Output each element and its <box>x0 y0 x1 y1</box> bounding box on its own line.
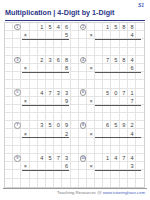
grid-cell <box>46 105 54 113</box>
grid-cell <box>13 129 21 137</box>
problem-number-badge: 5 <box>14 89 21 96</box>
grid-cell <box>120 113 128 121</box>
grid-cell <box>62 72 70 80</box>
multiplicand-digit: 5 <box>46 154 54 162</box>
grid-cell <box>111 48 119 56</box>
multiplicand-digit: 7 <box>120 154 128 162</box>
grid-cell <box>54 72 62 80</box>
grid-cell <box>5 97 13 105</box>
grid-cell <box>87 179 95 187</box>
multiplicand-digit: 7 <box>46 89 54 97</box>
grid-cell <box>71 179 79 187</box>
answer-line <box>95 72 141 73</box>
grid-cell <box>128 138 136 146</box>
times-sign: × <box>87 97 95 105</box>
answer-line <box>22 170 69 171</box>
grid-cell <box>71 80 79 88</box>
grid-cell <box>62 39 70 47</box>
answer-line <box>22 105 69 106</box>
grid-cell <box>136 121 144 129</box>
grid-cell <box>21 179 29 187</box>
grid-cell <box>30 89 38 97</box>
grid-cell <box>111 80 119 88</box>
grid-cell <box>30 113 38 121</box>
problem-number-badge: 7 <box>14 122 21 129</box>
grid-cell <box>136 72 144 80</box>
multiplicand-digit: 4 <box>128 56 136 64</box>
grid-cell <box>38 72 46 80</box>
grid-cell <box>54 39 62 47</box>
grid-cell <box>71 121 79 129</box>
grid-cell <box>87 48 95 56</box>
grid-cell <box>71 138 79 146</box>
problem-number-badge: 10 <box>80 155 87 162</box>
grid-cell <box>54 48 62 56</box>
grid-cell <box>71 162 79 170</box>
grid-cell <box>21 56 29 64</box>
grid-cell <box>21 72 29 80</box>
times-sign: × <box>87 31 95 39</box>
grid-cell <box>38 170 46 178</box>
grid-cell <box>5 89 13 97</box>
grid-cell <box>5 64 13 72</box>
grid-cell <box>95 23 103 31</box>
grid-cell <box>5 48 13 56</box>
problem-number-badge: 6 <box>80 89 87 96</box>
grid-cell <box>136 23 144 31</box>
grid-cell <box>21 146 29 154</box>
grid-cell <box>62 48 70 56</box>
grid-cell <box>21 80 29 88</box>
grid-cell <box>103 113 111 121</box>
grid-cell <box>21 48 29 56</box>
grid-cell <box>103 80 111 88</box>
grid-cell <box>54 170 62 178</box>
grid-cell <box>46 146 54 154</box>
problem-number-badge: 9 <box>14 155 21 162</box>
multiplicand-digit: 1 <box>38 23 46 31</box>
grid-cell <box>136 154 144 162</box>
multiplicand-digit: 5 <box>112 23 120 31</box>
grid-cell <box>136 56 144 64</box>
grid-cell <box>95 48 103 56</box>
grid-cell <box>120 179 128 187</box>
grid-cell <box>62 179 70 187</box>
grid-cell <box>38 48 46 56</box>
grid-cell <box>128 170 136 178</box>
times-sign: × <box>87 130 95 138</box>
grid-cell <box>46 179 54 187</box>
multiplicand-digit: 3 <box>46 56 54 64</box>
problem-number-badge: 1 <box>14 24 21 31</box>
multiplicand-digit: 5 <box>46 23 54 31</box>
grid-cell <box>103 170 111 178</box>
grid-cell <box>21 39 29 47</box>
multiplicand-digit: 3 <box>62 154 70 162</box>
grid-cell <box>71 154 79 162</box>
grid-cell <box>30 23 38 31</box>
multiplicand-digit: 7 <box>103 56 111 64</box>
grid-cell <box>111 72 119 80</box>
multiplicand-digit: 1 <box>128 89 136 97</box>
grid-cell <box>13 170 21 178</box>
grid-cell <box>46 170 54 178</box>
grid-cell <box>62 105 70 113</box>
multiplicand-digit: 5 <box>112 56 120 64</box>
multiplicand-digit: 6 <box>62 23 70 31</box>
grid-cell <box>79 48 87 56</box>
grid-cell <box>38 80 46 88</box>
grid-cell <box>111 170 119 178</box>
grid-cell <box>136 89 144 97</box>
grid-cell <box>87 80 95 88</box>
multiplicand-digit: 1 <box>103 23 111 31</box>
multiplicand-digit: 3 <box>54 89 62 97</box>
grid-cell <box>120 39 128 47</box>
grid-cell <box>95 121 103 129</box>
grid-cell <box>120 72 128 80</box>
grid-cell <box>13 72 21 80</box>
grid-cell <box>120 80 128 88</box>
grid-cell <box>54 179 62 187</box>
grid-cell <box>95 146 103 154</box>
grid-cell <box>87 89 95 97</box>
grid-cell <box>79 146 87 154</box>
grid-cell <box>13 146 21 154</box>
grid-cell <box>87 23 95 31</box>
times-sign: × <box>87 64 95 72</box>
grid-cell <box>13 179 21 187</box>
multiplicand-digit: 6 <box>54 56 62 64</box>
grid-cell <box>87 146 95 154</box>
grid-cell <box>79 31 87 39</box>
grid-cell <box>13 113 21 121</box>
problem-number-badge: 8 <box>80 122 87 129</box>
grid-cell <box>5 39 13 47</box>
grid-cell <box>79 72 87 80</box>
grid-cell <box>95 179 103 187</box>
grid-cell <box>46 72 54 80</box>
grid-cell <box>5 170 13 178</box>
grid-cell <box>103 39 111 47</box>
grid-cell <box>13 105 21 113</box>
grid-cell <box>5 179 13 187</box>
grid-cell <box>46 138 54 146</box>
grid-cell <box>136 39 144 47</box>
answer-line <box>22 39 69 40</box>
multiplicand-digit: 0 <box>54 121 62 129</box>
grid-cell <box>13 162 21 170</box>
grid-cell <box>21 170 29 178</box>
grid-cell <box>79 64 87 72</box>
grid-cell <box>5 23 13 31</box>
sheet-label: S1 <box>138 2 144 8</box>
multiplicand-digit: 0 <box>112 89 120 97</box>
grid-cell <box>21 113 29 121</box>
grid-cell <box>79 138 87 146</box>
grid-cell <box>30 48 38 56</box>
grid-cell <box>5 105 13 113</box>
grid-cell <box>30 170 38 178</box>
answer-line <box>22 72 69 73</box>
grid-cell <box>30 146 38 154</box>
grid-cell <box>62 170 70 178</box>
grid-cell <box>46 80 54 88</box>
answer-line <box>95 39 141 40</box>
grid-cell <box>136 80 144 88</box>
grid-cell <box>13 80 21 88</box>
grid-cell <box>87 56 95 64</box>
grid-cell <box>21 105 29 113</box>
grid-cell <box>111 179 119 187</box>
multiplicand-digit: 2 <box>128 121 136 129</box>
grid-cell <box>87 39 95 47</box>
grid-cell <box>62 80 70 88</box>
grid-cell <box>13 97 21 105</box>
grid-cell <box>111 146 119 154</box>
grid-cell <box>136 179 144 187</box>
grid-cell <box>21 89 29 97</box>
grid-cell <box>13 39 21 47</box>
grid-cell <box>30 121 38 129</box>
grid-cell <box>79 170 87 178</box>
grid-cell <box>87 105 95 113</box>
grid-cell <box>5 146 13 154</box>
grid-cell <box>46 39 54 47</box>
grid-cell <box>128 39 136 47</box>
grid-cell <box>95 170 103 178</box>
worksheet-grid: 11546×521588×432368×847584×654733×965071… <box>4 22 145 188</box>
grid-cell <box>120 146 128 154</box>
answer-line <box>95 137 141 138</box>
grid-cell <box>136 48 144 56</box>
grid-cell <box>95 89 103 97</box>
grid-cell <box>71 72 79 80</box>
grid-cell <box>120 170 128 178</box>
grid-cell <box>46 113 54 121</box>
grid-cell <box>87 154 95 162</box>
grid-cell <box>38 138 46 146</box>
grid-cell <box>30 56 38 64</box>
multiplicand-digit: 9 <box>62 121 70 129</box>
grid-cell <box>103 72 111 80</box>
grid-cell <box>71 23 79 31</box>
grid-cell <box>87 72 95 80</box>
grid-cell <box>120 48 128 56</box>
grid-cell <box>13 48 21 56</box>
multiplicand-digit: 5 <box>103 89 111 97</box>
grid-cell <box>54 138 62 146</box>
grid-cell <box>71 48 79 56</box>
answer-line <box>95 105 141 106</box>
grid-cell <box>111 105 119 113</box>
grid-cell <box>79 97 87 105</box>
grid-cell <box>95 80 103 88</box>
grid-cell <box>128 72 136 80</box>
multiplicand-digit: 6 <box>103 121 111 129</box>
multiplicand-digit: 4 <box>54 23 62 31</box>
multiplicand-digit: 5 <box>46 121 54 129</box>
grid-cell <box>5 80 13 88</box>
grid-cell <box>111 39 119 47</box>
grid-cell <box>128 146 136 154</box>
multiplicand-digit: 9 <box>120 121 128 129</box>
multiplicand-digit: 4 <box>112 154 120 162</box>
grid-cell <box>21 154 29 162</box>
grid-cell <box>95 154 103 162</box>
grid-cell <box>71 129 79 137</box>
multiplicand-digit: 4 <box>38 89 46 97</box>
grid-cell <box>95 39 103 47</box>
problem-number-badge: 3 <box>14 57 21 64</box>
multiplicand-digit: 8 <box>120 23 128 31</box>
grid-cell <box>54 80 62 88</box>
grid-cell <box>87 121 95 129</box>
grid-cell <box>120 105 128 113</box>
grid-cell <box>21 121 29 129</box>
grid-cell <box>71 39 79 47</box>
grid-cell <box>13 31 21 39</box>
grid-cell <box>38 105 46 113</box>
multiplicand-digit: 1 <box>103 154 111 162</box>
grid-cell <box>95 105 103 113</box>
grid-cell <box>71 97 79 105</box>
grid-cell <box>136 146 144 154</box>
grid-cell <box>71 146 79 154</box>
grid-cell <box>79 162 87 170</box>
grid-cell <box>103 179 111 187</box>
grid-cell <box>30 138 38 146</box>
grid-cell <box>30 179 38 187</box>
grid-cell <box>71 56 79 64</box>
grid-cell <box>5 129 13 137</box>
grid-cell <box>136 105 144 113</box>
grid-cell <box>128 48 136 56</box>
grid-cell <box>5 31 13 39</box>
grid-cell <box>5 113 13 121</box>
grid-cell <box>103 105 111 113</box>
grid-cell <box>5 121 13 129</box>
footer-divider <box>3 188 147 189</box>
grid-cell <box>5 162 13 170</box>
grid-cell <box>62 113 70 121</box>
multiplicand-digit: 7 <box>54 154 62 162</box>
grid-cell <box>71 170 79 178</box>
grid-cell <box>30 105 38 113</box>
grid-cell <box>30 39 38 47</box>
footer-credit-prefix: Teaching Resources @ <box>57 190 103 195</box>
grid-cell <box>79 179 87 187</box>
grid-cell <box>30 72 38 80</box>
grid-cell <box>46 48 54 56</box>
multiplicand-digit: 8 <box>128 23 136 31</box>
grid-cell <box>21 23 29 31</box>
grid-cell <box>136 170 144 178</box>
grid-cell <box>30 154 38 162</box>
grid-cell <box>95 72 103 80</box>
grid-cell <box>95 138 103 146</box>
multiplicand-digit: 2 <box>38 56 46 64</box>
grid-cell <box>87 170 95 178</box>
grid-cell <box>128 179 136 187</box>
grid-cell <box>30 80 38 88</box>
multiplicand-digit: 5 <box>112 121 120 129</box>
grid-cell <box>5 138 13 146</box>
grid-cell <box>13 64 21 72</box>
grid-cell <box>38 179 46 187</box>
multiplicand-digit: 3 <box>38 121 46 129</box>
grid-cell <box>13 138 21 146</box>
grid-cell <box>128 113 136 121</box>
answer-line <box>22 137 69 138</box>
grid-cell <box>95 56 103 64</box>
grid-cell <box>54 113 62 121</box>
grid-cell <box>136 138 144 146</box>
multiplicand-digit: 4 <box>128 154 136 162</box>
multiplicand-digit: 8 <box>62 56 70 64</box>
grid-cell <box>95 113 103 121</box>
grid-cell <box>62 146 70 154</box>
footer-credit: Teaching Resources @ www.tutoringhour.co… <box>57 190 145 195</box>
multiplicand-digit: 3 <box>62 89 70 97</box>
grid-cell <box>128 80 136 88</box>
grid-cell <box>71 64 79 72</box>
grid-cell <box>87 113 95 121</box>
grid-cell <box>5 154 13 162</box>
grid-cell <box>111 113 119 121</box>
grid-cell <box>79 39 87 47</box>
grid-cell <box>54 146 62 154</box>
grid-cell <box>54 105 62 113</box>
grid-cell <box>71 113 79 121</box>
grid-cell <box>21 138 29 146</box>
multiplicand-digit: 8 <box>120 56 128 64</box>
answer-line <box>95 170 141 171</box>
grid-cell <box>62 138 70 146</box>
grid-cell <box>103 138 111 146</box>
multiplicand-digit: 7 <box>120 89 128 97</box>
grid-cell <box>136 113 144 121</box>
grid-cell <box>71 31 79 39</box>
grid-cell <box>111 138 119 146</box>
grid-cell <box>79 113 87 121</box>
grid-cell <box>71 105 79 113</box>
page-title: Multiplication | 4-Digit by 1-Digit <box>5 8 145 21</box>
grid-cell <box>38 39 46 47</box>
footer-link[interactable]: www.tutoringhour.com <box>103 190 145 195</box>
grid-cell <box>5 56 13 64</box>
times-sign: × <box>87 162 95 170</box>
grid-cell <box>128 105 136 113</box>
grid-cell <box>38 146 46 154</box>
grid-cell <box>5 72 13 80</box>
grid-cell <box>87 138 95 146</box>
grid-cell <box>38 113 46 121</box>
multiplicand-digit: 4 <box>38 154 46 162</box>
grid-cell <box>103 48 111 56</box>
grid-cell <box>79 129 87 137</box>
grid-cell <box>71 89 79 97</box>
grid-cell <box>79 80 87 88</box>
grid-cell <box>79 105 87 113</box>
grid-cell <box>120 138 128 146</box>
grid-cell <box>103 146 111 154</box>
